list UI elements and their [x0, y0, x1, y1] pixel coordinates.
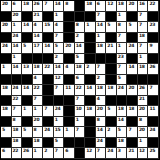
- black-cell: [1, 33, 12, 44]
- cell-number: 20: [13, 12, 19, 17]
- cell-number: 20: [65, 43, 71, 48]
- cell-number: 22: [76, 85, 82, 90]
- grid-cell[interactable]: 14: [96, 22, 107, 33]
- grid-cell[interactable]: 1: [12, 54, 23, 65]
- cell-number: 1: [86, 22, 89, 27]
- black-cell: [43, 75, 54, 86]
- black-cell: [22, 12, 33, 23]
- grid-cell[interactable]: 2: [54, 54, 65, 65]
- cell-number: 7: [97, 12, 100, 17]
- cell-number: 18: [139, 64, 145, 69]
- grid-cell[interactable]: 13: [22, 64, 33, 75]
- grid-cell[interactable]: 6: [96, 1, 107, 12]
- grid-cell[interactable]: 18: [33, 138, 44, 149]
- cell-number: 4: [65, 64, 68, 69]
- grid-cell[interactable]: 5: [54, 138, 65, 149]
- black-cell: [22, 75, 33, 86]
- black-cell: [148, 12, 159, 23]
- black-cell: [43, 54, 54, 65]
- cell-number: 7: [118, 64, 121, 69]
- cell-number: 7: [55, 148, 58, 153]
- grid-cell[interactable]: 14: [12, 43, 23, 54]
- grid-cell[interactable]: 22: [12, 148, 23, 159]
- cell-number: 22: [13, 148, 19, 153]
- grid-cell[interactable]: 12: [54, 75, 65, 86]
- grid-cell[interactable]: 18: [12, 127, 23, 138]
- cell-number: 4: [34, 22, 37, 27]
- grid-cell[interactable]: 2: [75, 33, 86, 44]
- grid-cell[interactable]: 2: [85, 64, 96, 75]
- grid-cell[interactable]: 2: [43, 148, 54, 159]
- grid-cell[interactable]: 4: [64, 64, 75, 75]
- grid-cell[interactable]: 1: [117, 12, 128, 23]
- cell-number: 6: [2, 148, 5, 153]
- grid-cell[interactable]: 18: [22, 1, 33, 12]
- grid-cell[interactable]: 1: [138, 54, 149, 65]
- cell-number: 23: [118, 54, 124, 59]
- black-cell: [22, 33, 33, 44]
- cell-number: 7: [55, 33, 58, 38]
- cell-number: 2: [55, 54, 58, 59]
- grid-cell[interactable]: 6: [12, 1, 23, 12]
- grid-cell[interactable]: 8: [64, 1, 75, 12]
- grid-cell[interactable]: 8: [33, 127, 44, 138]
- grid-cell[interactable]: 14: [43, 43, 54, 54]
- grid-cell[interactable]: 20: [33, 117, 44, 128]
- cell-number: 8: [97, 117, 100, 122]
- grid-cell[interactable]: 6: [75, 75, 86, 86]
- cell-number: 18: [2, 106, 8, 111]
- grid-cell[interactable]: 24: [12, 33, 23, 44]
- grid-cell[interactable]: 22: [12, 96, 23, 107]
- grid-cell[interactable]: 7: [54, 85, 65, 96]
- cell-number: 14: [118, 117, 124, 122]
- cell-number: 1: [2, 64, 5, 69]
- grid-cell[interactable]: 8: [12, 117, 23, 128]
- black-cell: [1, 117, 12, 128]
- grid-cell[interactable]: 18: [138, 33, 149, 44]
- grid-cell[interactable]: 1: [22, 106, 33, 117]
- cell-number: 8: [13, 117, 16, 122]
- grid-cell[interactable]: 5: [1, 127, 12, 138]
- grid-cell[interactable]: 18: [127, 106, 138, 117]
- cell-number: 18: [76, 64, 82, 69]
- grid-cell[interactable]: 1: [12, 22, 23, 33]
- cell-number: 8: [34, 127, 37, 132]
- grid-cell[interactable]: 14: [75, 43, 86, 54]
- grid-cell[interactable]: 24: [148, 127, 159, 138]
- grid-cell[interactable]: 11: [148, 106, 159, 117]
- black-cell: [64, 22, 75, 33]
- grid-cell[interactable]: 25: [148, 148, 159, 159]
- cell-number: 7: [139, 43, 142, 48]
- grid-cell[interactable]: 7: [33, 96, 44, 107]
- grid-cell[interactable]: 21: [33, 12, 44, 23]
- grid-cell[interactable]: 22: [148, 1, 159, 12]
- cell-number: 5: [118, 127, 121, 132]
- grid-cell[interactable]: 20: [12, 12, 23, 23]
- cell-number: 11: [149, 106, 155, 111]
- grid-cell[interactable]: 20: [127, 85, 138, 96]
- cell-number: 24: [13, 33, 19, 38]
- cell-number: 3: [118, 148, 121, 153]
- black-cell: [85, 33, 96, 44]
- grid-cell[interactable]: 12: [85, 148, 96, 159]
- grid-cell[interactable]: 7: [127, 127, 138, 138]
- cell-number: 7: [34, 96, 37, 101]
- cell-number: 14: [23, 22, 29, 27]
- grid-cell[interactable]: 23: [117, 54, 128, 65]
- grid-cell[interactable]: 8: [117, 22, 128, 33]
- cell-number: 1: [34, 106, 37, 111]
- grid-cell[interactable]: 18: [117, 138, 128, 149]
- grid-cell[interactable]: 5: [54, 43, 65, 54]
- black-cell: [85, 75, 96, 86]
- cell-number: 2: [44, 148, 47, 153]
- grid-cell[interactable]: 8: [75, 22, 86, 33]
- grid-cell[interactable]: 26: [33, 1, 44, 12]
- black-cell: [127, 75, 138, 86]
- cell-number: 7: [128, 127, 131, 132]
- grid-cell[interactable]: 24: [117, 85, 128, 96]
- cell-number: 1: [118, 12, 121, 17]
- grid-cell[interactable]: 9: [148, 43, 159, 54]
- grid-cell[interactable]: 14: [117, 117, 128, 128]
- grid-cell[interactable]: 1: [85, 22, 96, 33]
- cell-number: 1: [55, 12, 58, 17]
- black-cell: [85, 117, 96, 128]
- grid-cell[interactable]: 18: [1, 85, 12, 96]
- grid-cell[interactable]: 7: [96, 12, 107, 23]
- grid-cell[interactable]: 24: [43, 127, 54, 138]
- grid-cell[interactable]: 5: [127, 22, 138, 33]
- black-cell: [64, 33, 75, 44]
- black-cell: [22, 54, 33, 65]
- black-cell: [64, 96, 75, 107]
- grid-cell[interactable]: 7: [54, 148, 65, 159]
- cell-number: 12: [86, 148, 92, 153]
- grid-cell[interactable]: 20: [1, 1, 12, 12]
- grid-cell[interactable]: 7: [96, 148, 107, 159]
- grid-cell[interactable]: 5: [22, 127, 33, 138]
- cell-number: 12: [139, 148, 145, 153]
- grid-cell[interactable]: 26: [22, 148, 33, 159]
- black-cell: [85, 43, 96, 54]
- grid-cell[interactable]: 20: [1, 22, 12, 33]
- grid-cell[interactable]: 7: [43, 1, 54, 12]
- black-cell: [22, 138, 33, 149]
- black-cell: [127, 96, 138, 107]
- grid-cell[interactable]: 3: [117, 148, 128, 159]
- grid-cell[interactable]: 2: [106, 127, 117, 138]
- grid-cell[interactable]: 7: [43, 106, 54, 117]
- cell-number: 18: [107, 85, 113, 90]
- grid-cell[interactable]: 16: [138, 1, 149, 12]
- cell-number: 18: [23, 1, 29, 6]
- cell-number: 2: [76, 33, 79, 38]
- grid-cell[interactable]: 14: [22, 22, 33, 33]
- grid-cell[interactable]: 18: [85, 1, 96, 12]
- grid-cell[interactable]: 4: [96, 96, 107, 107]
- black-cell: [148, 54, 159, 65]
- black-cell: [85, 12, 96, 23]
- grid-cell[interactable]: 1: [1, 64, 12, 75]
- cell-number: 18: [13, 127, 19, 132]
- cell-number: 5: [107, 106, 110, 111]
- cell-number: 7: [139, 22, 142, 27]
- grid-cell[interactable]: 18: [106, 85, 117, 96]
- grid-cell[interactable]: 14: [96, 127, 107, 138]
- grid-cell[interactable]: 20: [138, 127, 149, 138]
- cell-number: 4: [97, 96, 100, 101]
- grid-cell[interactable]: 26: [148, 64, 159, 75]
- grid-cell[interactable]: 24: [127, 43, 138, 54]
- grid-cell[interactable]: 7: [117, 33, 128, 44]
- cell-number: 8: [76, 22, 79, 27]
- black-cell: [127, 33, 138, 44]
- cell-number: 6: [76, 75, 79, 80]
- black-cell: [127, 12, 138, 23]
- cell-number: 8: [65, 1, 68, 6]
- grid-cell[interactable]: 4: [54, 22, 65, 33]
- cell-number: 7: [55, 85, 58, 90]
- cell-number: 18: [118, 1, 124, 6]
- cell-number: 1: [76, 117, 79, 122]
- grid-cell[interactable]: 17: [33, 43, 44, 54]
- black-cell: [106, 75, 117, 86]
- cell-number: 7: [76, 127, 79, 132]
- cell-number: 16: [139, 1, 145, 6]
- cell-number: 25: [149, 148, 155, 153]
- grid-cell[interactable]: 15: [43, 22, 54, 33]
- black-cell: [12, 75, 23, 86]
- grid-cell[interactable]: 24: [12, 85, 23, 96]
- cell-number: 6: [97, 1, 100, 6]
- cell-number: 26: [23, 148, 29, 153]
- grid-cell[interactable]: 18: [96, 43, 107, 54]
- grid-cell[interactable]: 7: [75, 96, 86, 107]
- grid-cell[interactable]: 24: [54, 106, 65, 117]
- grid-cell[interactable]: 7: [117, 64, 128, 75]
- cell-number: 18: [86, 1, 92, 6]
- black-cell: [43, 12, 54, 23]
- cell-number: 10: [76, 106, 82, 111]
- black-cell: [22, 117, 33, 128]
- cell-number: 20: [139, 106, 145, 111]
- cell-number: 14: [97, 22, 103, 27]
- grid-cell[interactable]: 14: [54, 64, 65, 75]
- grid-cell[interactable]: 7: [138, 43, 149, 54]
- grid-cell[interactable]: 7: [138, 22, 149, 33]
- grid-cell[interactable]: 18: [12, 138, 23, 149]
- cell-number: 12: [55, 75, 61, 80]
- grid-cell[interactable]: 7: [54, 33, 65, 44]
- grid-cell[interactable]: 18: [138, 64, 149, 75]
- black-cell: [43, 117, 54, 128]
- grid-cell[interactable]: 1: [138, 138, 149, 149]
- grid-cell[interactable]: 24: [106, 148, 117, 159]
- cell-number: 15: [44, 22, 50, 27]
- black-cell: [43, 96, 54, 107]
- cell-number: 24: [97, 138, 103, 143]
- grid-cell[interactable]: 8: [138, 117, 149, 128]
- grid-cell[interactable]: 20: [138, 106, 149, 117]
- cell-number: 24: [13, 85, 19, 90]
- black-cell: [1, 96, 12, 107]
- cell-number: 21: [34, 12, 40, 17]
- grid-cell[interactable]: 5: [117, 75, 128, 86]
- cell-number: 1: [139, 138, 142, 143]
- cell-number: 4: [55, 22, 58, 27]
- black-cell: [64, 12, 75, 23]
- grid-cell[interactable]: 5: [117, 127, 128, 138]
- black-cell: [43, 85, 54, 96]
- grid-cell[interactable]: 6: [1, 148, 12, 159]
- grid-cell[interactable]: 26: [138, 85, 149, 96]
- grid-cell[interactable]: 22: [75, 85, 86, 96]
- grid-cell[interactable]: 1: [33, 106, 44, 117]
- grid-cell[interactable]: 22: [33, 85, 44, 96]
- cell-number: 21: [107, 43, 113, 48]
- grid-cell[interactable]: 20: [96, 106, 107, 117]
- grid-cell[interactable]: 24: [96, 138, 107, 149]
- cell-number: 15: [55, 127, 61, 132]
- cell-number: 1: [65, 127, 68, 132]
- cell-number: 7: [76, 96, 79, 101]
- cell-number: 1: [13, 22, 16, 27]
- grid-cell[interactable]: 10: [75, 106, 86, 117]
- black-cell: [106, 12, 117, 23]
- grid-cell[interactable]: 18: [117, 106, 128, 117]
- grid-cell[interactable]: 18: [75, 64, 86, 75]
- grid-cell[interactable]: 1: [96, 33, 107, 44]
- black-cell: [148, 96, 159, 107]
- grid-cell[interactable]: 7: [12, 106, 23, 117]
- black-cell: [148, 117, 159, 128]
- cell-number: 9: [149, 43, 152, 48]
- black-cell: [1, 12, 12, 23]
- cell-number: 7: [97, 148, 100, 153]
- cell-number: 17: [34, 43, 40, 48]
- codeword-grid: 2061826714818612182016222021171720114415…: [0, 0, 160, 160]
- grid-cell[interactable]: 1: [64, 127, 75, 138]
- cell-number: 22: [149, 1, 155, 6]
- black-cell: [127, 138, 138, 149]
- grid-cell[interactable]: 14: [12, 64, 23, 75]
- grid-cell[interactable]: 12: [106, 1, 117, 12]
- cell-number: 1: [118, 43, 121, 48]
- grid-cell[interactable]: 21: [106, 43, 117, 54]
- grid-cell[interactable]: 18: [1, 106, 12, 117]
- grid-cell[interactable]: 12: [138, 148, 149, 159]
- grid-cell[interactable]: 20: [64, 43, 75, 54]
- grid-cell[interactable]: 7: [148, 85, 159, 96]
- cell-number: 7: [44, 1, 47, 6]
- black-cell: [106, 54, 117, 65]
- grid-cell[interactable]: 4: [33, 22, 44, 33]
- grid-cell[interactable]: 20: [127, 1, 138, 12]
- cell-number: 24: [149, 127, 155, 132]
- cell-number: 20: [2, 1, 8, 6]
- grid-cell[interactable]: 23: [148, 22, 159, 33]
- cell-number: 2: [107, 127, 110, 132]
- grid-cell[interactable]: 1: [54, 117, 65, 128]
- cell-number: 14: [128, 64, 134, 69]
- grid-cell[interactable]: 7: [138, 12, 149, 23]
- grid-cell[interactable]: 1: [117, 43, 128, 54]
- grid-cell[interactable]: 1: [33, 148, 44, 159]
- cell-number: 8: [118, 22, 121, 27]
- grid-cell[interactable]: 5: [106, 22, 117, 33]
- grid-cell[interactable]: 4: [33, 75, 44, 86]
- cell-number: 1: [97, 33, 100, 38]
- grid-cell[interactable]: 18: [33, 64, 44, 75]
- grid-cell[interactable]: 24: [1, 43, 12, 54]
- black-cell: [106, 33, 117, 44]
- grid-cell[interactable]: 5: [75, 54, 86, 65]
- grid-cell[interactable]: 14: [127, 64, 138, 75]
- grid-cell[interactable]: 21: [138, 96, 149, 107]
- black-cell: [1, 54, 12, 65]
- grid-cell[interactable]: 1: [75, 117, 86, 128]
- cell-number: 24: [118, 85, 124, 90]
- grid-cell[interactable]: 18: [85, 106, 96, 117]
- cell-number: 12: [107, 1, 113, 6]
- cell-number: 22: [34, 85, 40, 90]
- cell-number: 18: [97, 85, 103, 90]
- grid-cell[interactable]: 18: [96, 85, 107, 96]
- black-cell: [85, 96, 96, 107]
- grid-cell[interactable]: 7: [75, 127, 86, 138]
- grid-cell[interactable]: 14: [54, 1, 65, 12]
- cell-number: 7: [149, 85, 152, 90]
- black-cell: [96, 54, 107, 65]
- cell-number: 14: [86, 85, 92, 90]
- cell-number: 26: [149, 64, 155, 69]
- cell-number: 24: [2, 43, 8, 48]
- grid-cell[interactable]: 14: [22, 85, 33, 96]
- grid-cell[interactable]: 15: [54, 127, 65, 138]
- cell-number: 14: [34, 33, 40, 38]
- black-cell: [148, 33, 159, 44]
- grid-cell[interactable]: 1: [54, 12, 65, 23]
- black-cell: [75, 1, 86, 12]
- cell-number: 2: [86, 64, 89, 69]
- grid-cell[interactable]: 18: [117, 1, 128, 12]
- black-cell: [127, 117, 138, 128]
- grid-cell[interactable]: 5: [22, 43, 33, 54]
- grid-cell[interactable]: 21: [127, 148, 138, 159]
- grid-cell[interactable]: 14: [33, 33, 44, 44]
- grid-cell[interactable]: 6: [64, 148, 75, 159]
- grid-cell[interactable]: 7: [96, 64, 107, 75]
- cell-number: 22: [44, 64, 50, 69]
- black-cell: [75, 148, 86, 159]
- cell-number: 5: [76, 54, 79, 59]
- black-cell: [22, 96, 33, 107]
- grid-cell[interactable]: 2: [96, 75, 107, 86]
- grid-cell[interactable]: 5: [106, 106, 117, 117]
- black-cell: [43, 33, 54, 44]
- grid-cell[interactable]: 22: [43, 64, 54, 75]
- black-cell: [54, 96, 65, 107]
- black-cell: [106, 117, 117, 128]
- grid-cell[interactable]: 14: [85, 85, 96, 96]
- grid-cell[interactable]: 8: [96, 117, 107, 128]
- cell-number: 7: [13, 106, 16, 111]
- black-cell: [1, 138, 12, 149]
- grid-cell[interactable]: 11: [64, 85, 75, 96]
